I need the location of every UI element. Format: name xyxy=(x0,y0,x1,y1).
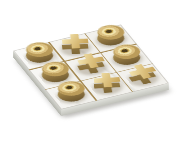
product-photo-stage xyxy=(0,0,187,159)
